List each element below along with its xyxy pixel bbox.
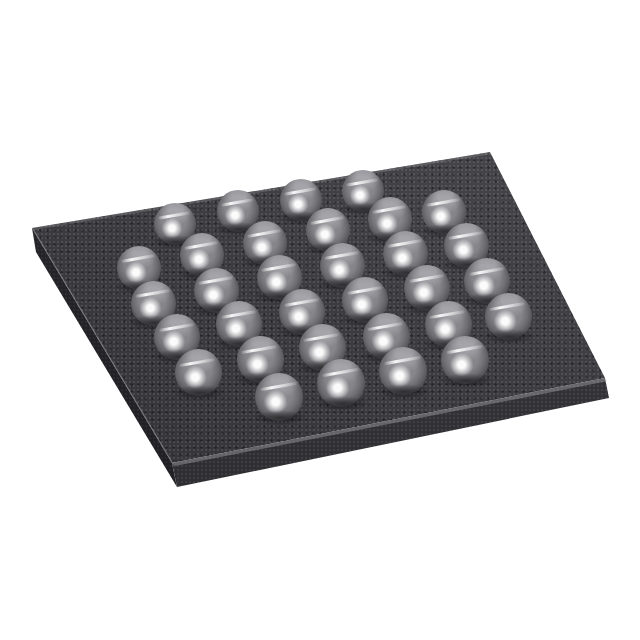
product-render — [0, 0, 640, 640]
solder-ball — [485, 293, 532, 340]
solder-ball — [317, 359, 365, 407]
solder-ball — [379, 347, 427, 395]
solder-ball — [255, 373, 303, 421]
solder-ball-grid — [0, 0, 640, 640]
solder-ball — [441, 336, 489, 384]
solder-ball — [175, 349, 222, 396]
